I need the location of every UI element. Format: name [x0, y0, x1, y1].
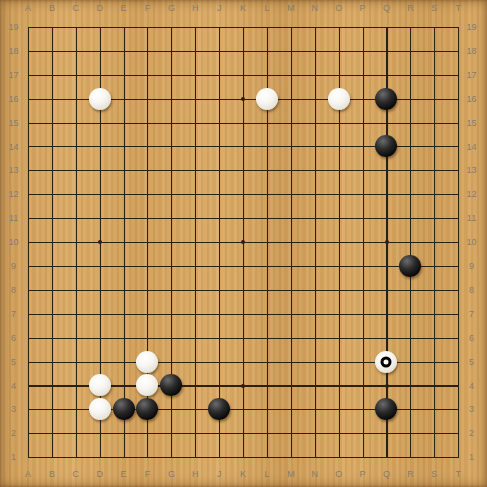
column-label-bottom: T	[455, 470, 461, 479]
column-label-top: T	[455, 4, 461, 13]
column-label-bottom: D	[96, 470, 103, 479]
column-label-top: S	[431, 4, 437, 13]
stone-white-L16[interactable]	[256, 88, 278, 110]
stone-white-F4[interactable]	[136, 374, 158, 396]
column-label-top: E	[121, 4, 127, 13]
column-label-top: H	[192, 4, 199, 13]
column-label-bottom: K	[240, 470, 246, 479]
column-label-top: P	[360, 4, 366, 13]
stone-white-D4[interactable]	[89, 374, 111, 396]
column-label-bottom: Q	[383, 470, 390, 479]
column-label-bottom: R	[407, 470, 414, 479]
stone-black-G4[interactable]	[160, 374, 182, 396]
column-label-top: A	[25, 4, 31, 13]
column-label-bottom: P	[360, 470, 366, 479]
column-label-bottom: E	[121, 470, 127, 479]
go-board[interactable]: AABBCCDDEEFFGGHHJJKKLLMMNNOOPPQQRRSSTT19…	[0, 0, 487, 487]
column-label-bottom: B	[49, 470, 55, 479]
column-label-top: G	[168, 4, 175, 13]
column-label-bottom: C	[73, 470, 80, 479]
column-label-top: B	[49, 4, 55, 13]
stone-white-D3[interactable]	[89, 398, 111, 420]
column-label-top: F	[145, 4, 151, 13]
column-label-bottom: F	[145, 470, 151, 479]
column-label-bottom: G	[168, 470, 175, 479]
column-label-top: R	[407, 4, 414, 13]
column-label-bottom: M	[287, 470, 295, 479]
stone-black-J3[interactable]	[208, 398, 230, 420]
stone-black-Q3[interactable]	[375, 398, 397, 420]
last-move-stone-white-Q5[interactable]	[375, 351, 397, 373]
stone-black-R9[interactable]	[399, 255, 421, 277]
column-label-bottom: N	[312, 470, 319, 479]
column-label-top: C	[73, 4, 80, 13]
column-label-bottom: L	[264, 470, 269, 479]
column-label-top: N	[312, 4, 319, 13]
stone-black-Q14[interactable]	[375, 135, 397, 157]
column-label-top: Q	[383, 4, 390, 13]
last-move-marker	[381, 356, 392, 367]
column-label-top: O	[335, 4, 342, 13]
column-label-bottom: O	[335, 470, 342, 479]
stone-white-F5[interactable]	[136, 351, 158, 373]
column-label-top: L	[264, 4, 269, 13]
stone-black-Q16[interactable]	[375, 88, 397, 110]
stone-black-E3[interactable]	[113, 398, 135, 420]
column-label-bottom: S	[431, 470, 437, 479]
column-label-bottom: J	[217, 470, 222, 479]
stone-white-D16[interactable]	[89, 88, 111, 110]
column-label-top: K	[240, 4, 246, 13]
stones-layer[interactable]	[16, 15, 470, 469]
stone-white-O16[interactable]	[328, 88, 350, 110]
column-label-bottom: H	[192, 470, 199, 479]
stone-black-F3[interactable]	[136, 398, 158, 420]
column-label-bottom: A	[25, 470, 31, 479]
column-label-top: D	[96, 4, 103, 13]
column-label-top: J	[217, 4, 222, 13]
column-label-top: M	[287, 4, 295, 13]
